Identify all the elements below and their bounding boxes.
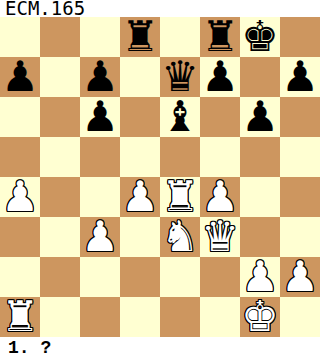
- square-a1[interactable]: ♜: [0, 297, 40, 337]
- square-b8[interactable]: [40, 17, 80, 57]
- square-e8[interactable]: [160, 17, 200, 57]
- square-d4[interactable]: ♟: [120, 177, 160, 217]
- square-a5[interactable]: [0, 137, 40, 177]
- square-e6[interactable]: ♝: [160, 97, 200, 137]
- square-d2[interactable]: [120, 257, 160, 297]
- square-h3[interactable]: [280, 217, 320, 257]
- white-rook-icon: ♜: [160, 177, 200, 217]
- square-c2[interactable]: [80, 257, 120, 297]
- square-c7[interactable]: ♟: [80, 57, 120, 97]
- square-d8[interactable]: ♜: [120, 17, 160, 57]
- square-f5[interactable]: [200, 137, 240, 177]
- square-a7[interactable]: ♟: [0, 57, 40, 97]
- square-g8[interactable]: ♚: [240, 17, 280, 57]
- square-g6[interactable]: ♟: [240, 97, 280, 137]
- black-king-icon: ♚: [240, 17, 280, 57]
- black-pawn-icon: ♟: [80, 57, 120, 97]
- white-pawn-icon: ♟: [120, 177, 160, 217]
- black-pawn-icon: ♟: [80, 97, 120, 137]
- square-e5[interactable]: [160, 137, 200, 177]
- square-d3[interactable]: [120, 217, 160, 257]
- black-pawn-icon: ♟: [280, 57, 320, 97]
- white-knight-icon: ♞: [160, 217, 200, 257]
- square-a6[interactable]: [0, 97, 40, 137]
- square-c8[interactable]: [80, 17, 120, 57]
- square-a3[interactable]: [0, 217, 40, 257]
- square-c6[interactable]: ♟: [80, 97, 120, 137]
- white-queen-icon: ♛: [200, 217, 240, 257]
- square-e2[interactable]: [160, 257, 200, 297]
- square-b2[interactable]: [40, 257, 80, 297]
- square-b6[interactable]: [40, 97, 80, 137]
- square-g4[interactable]: [240, 177, 280, 217]
- square-b4[interactable]: [40, 177, 80, 217]
- square-f6[interactable]: [200, 97, 240, 137]
- square-g7[interactable]: [240, 57, 280, 97]
- square-f4[interactable]: ♟: [200, 177, 240, 217]
- square-g3[interactable]: [240, 217, 280, 257]
- square-h4[interactable]: [280, 177, 320, 217]
- square-h6[interactable]: [280, 97, 320, 137]
- square-g2[interactable]: ♟: [240, 257, 280, 297]
- square-a2[interactable]: [0, 257, 40, 297]
- square-c3[interactable]: ♟: [80, 217, 120, 257]
- square-a8[interactable]: [0, 17, 40, 57]
- square-f1[interactable]: [200, 297, 240, 337]
- square-b3[interactable]: [40, 217, 80, 257]
- white-rook-icon: ♜: [0, 297, 40, 337]
- black-pawn-icon: ♟: [240, 97, 280, 137]
- square-h5[interactable]: [280, 137, 320, 177]
- square-f3[interactable]: ♛: [200, 217, 240, 257]
- square-g1[interactable]: ♚: [240, 297, 280, 337]
- black-bishop-icon: ♝: [160, 97, 200, 137]
- white-pawn-icon: ♟: [240, 257, 280, 297]
- square-g5[interactable]: [240, 137, 280, 177]
- square-f8[interactable]: ♜: [200, 17, 240, 57]
- square-h2[interactable]: ♟: [280, 257, 320, 297]
- square-c4[interactable]: [80, 177, 120, 217]
- white-pawn-icon: ♟: [280, 257, 320, 297]
- black-pawn-icon: ♟: [0, 57, 40, 97]
- black-queen-icon: ♛: [160, 57, 200, 97]
- square-h7[interactable]: ♟: [280, 57, 320, 97]
- black-rook-icon: ♜: [120, 17, 160, 57]
- square-h8[interactable]: [280, 17, 320, 57]
- chess-app-window: ECM.165 ♜♜♚♟♟♛♟♟♟♝♟♟♟♜♟♟♞♛♟♟♜♚ 1. ?: [0, 0, 320, 360]
- square-d6[interactable]: [120, 97, 160, 137]
- square-d1[interactable]: [120, 297, 160, 337]
- square-c1[interactable]: [80, 297, 120, 337]
- square-a4[interactable]: ♟: [0, 177, 40, 217]
- white-pawn-icon: ♟: [80, 217, 120, 257]
- square-b5[interactable]: [40, 137, 80, 177]
- position-label: ECM.165: [5, 0, 85, 17]
- square-d5[interactable]: [120, 137, 160, 177]
- black-pawn-icon: ♟: [200, 57, 240, 97]
- square-f7[interactable]: ♟: [200, 57, 240, 97]
- square-e1[interactable]: [160, 297, 200, 337]
- square-e4[interactable]: ♜: [160, 177, 200, 217]
- move-prompt: 1. ?: [8, 338, 51, 360]
- chess-board: ♜♜♚♟♟♛♟♟♟♝♟♟♟♜♟♟♞♛♟♟♜♚: [0, 17, 320, 337]
- square-e3[interactable]: ♞: [160, 217, 200, 257]
- square-d7[interactable]: [120, 57, 160, 97]
- white-pawn-icon: ♟: [0, 177, 40, 217]
- square-b1[interactable]: [40, 297, 80, 337]
- square-b7[interactable]: [40, 57, 80, 97]
- white-king-icon: ♚: [240, 297, 280, 337]
- white-pawn-icon: ♟: [200, 177, 240, 217]
- square-h1[interactable]: [280, 297, 320, 337]
- black-rook-icon: ♜: [200, 17, 240, 57]
- square-f2[interactable]: [200, 257, 240, 297]
- square-c5[interactable]: [80, 137, 120, 177]
- square-e7[interactable]: ♛: [160, 57, 200, 97]
